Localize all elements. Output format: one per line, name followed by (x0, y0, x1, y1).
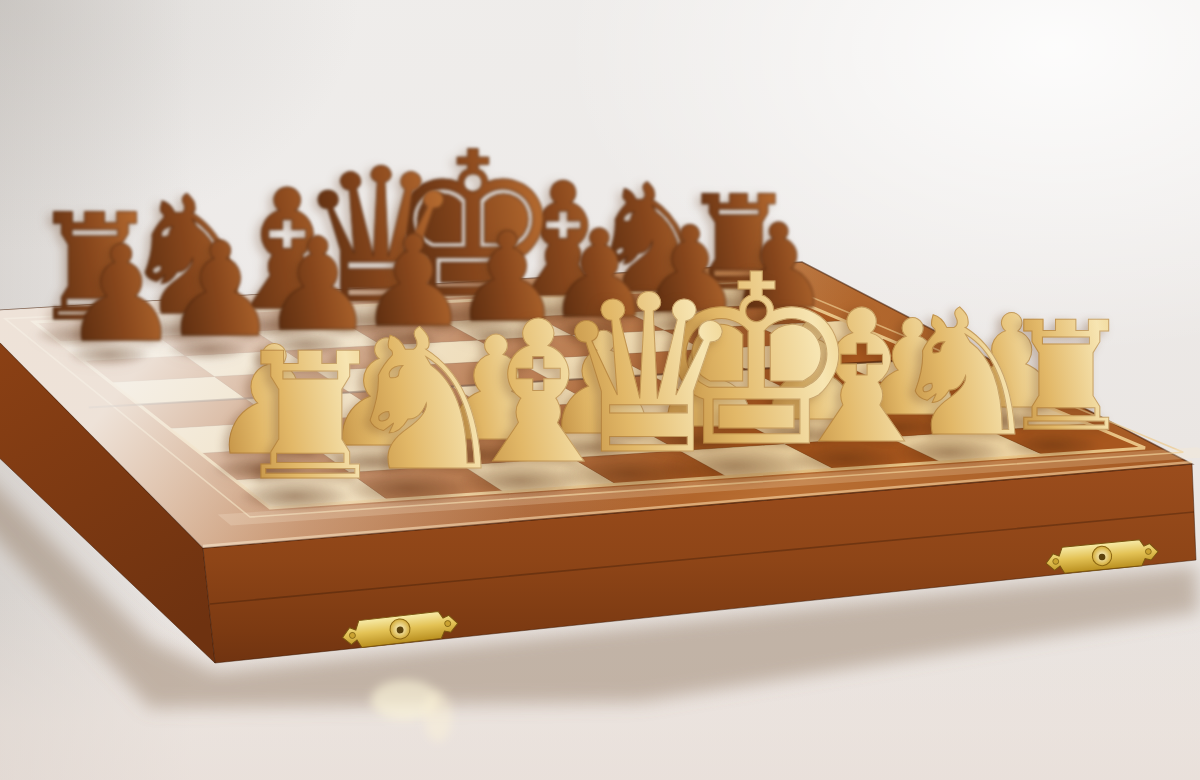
chess-set-photo: ♜♞♝♛♚♝♞♜♟♟♟♟♟♟♟♟♟♟♟♟♟♟♟♟♜♞♝♛♚♝♞♜ (0, 0, 1200, 780)
chess-board (0, 0, 1200, 780)
table-reflection-glint-2 (424, 690, 452, 742)
